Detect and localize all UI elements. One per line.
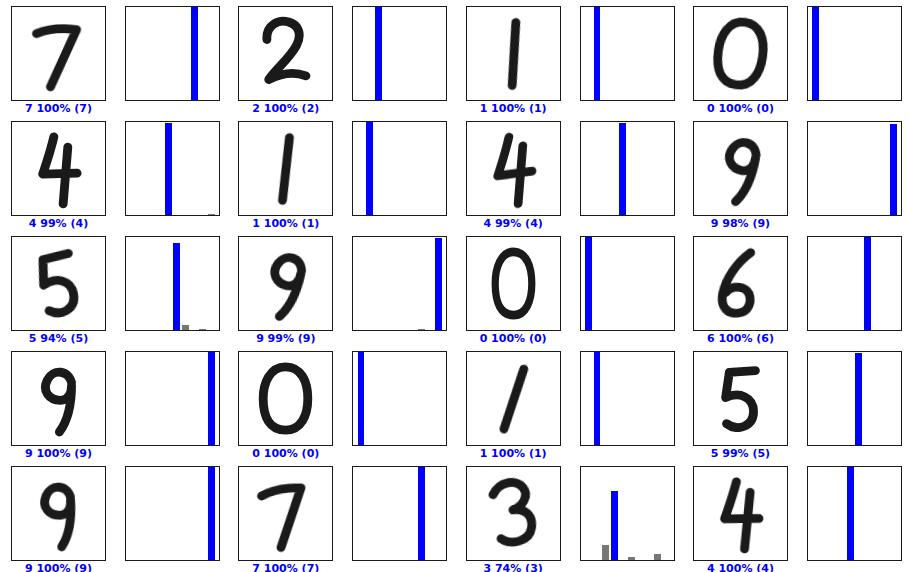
probability-chart-panel: [352, 236, 447, 331]
digit-stroke: [36, 28, 77, 87]
probability-chart-panel: [125, 6, 220, 101]
probability-bar-class-5: [628, 557, 635, 560]
probability-chart-panel: [125, 466, 220, 561]
handwritten-digit-7: [235, 463, 336, 564]
digit-image-panel: [466, 351, 561, 446]
digit-stroke: [726, 371, 756, 428]
probability-bar-class-7: [418, 467, 425, 560]
digit-stroke: [44, 486, 74, 547]
digit-stroke: [495, 252, 532, 315]
digit-image-panel: [693, 236, 788, 331]
handwritten-digit-5: [694, 352, 787, 445]
probability-chart-panel: [580, 6, 675, 101]
prediction-caption: 0 100% (0): [453, 333, 573, 345]
digit-stroke: [264, 367, 309, 430]
handwritten-digit-9: [687, 115, 795, 223]
probability-bar-class-1: [594, 7, 601, 100]
probability-bar-class-2: [375, 7, 382, 100]
handwritten-digit-0: [475, 237, 551, 330]
prediction-caption: 5 99% (5): [680, 448, 800, 460]
handwritten-digit-2: [239, 7, 332, 100]
digit-image-panel: [466, 121, 561, 216]
digit-image-panel: [11, 236, 106, 331]
probability-chart-panel: [580, 236, 675, 331]
digit-image-panel: [11, 121, 106, 216]
digit-image-panel: [238, 351, 333, 446]
probability-bar-class-1: [366, 122, 373, 215]
probability-bar-class-5: [173, 243, 180, 330]
digit-image-panel: [466, 6, 561, 101]
prediction-caption: 9 99% (9): [226, 333, 346, 345]
probability-chart-panel: [580, 466, 675, 561]
digit-stroke: [43, 137, 77, 204]
probability-chart-panel: [125, 236, 220, 331]
probability-bar-class-6: [864, 237, 871, 330]
probability-chart-panel: [807, 351, 902, 446]
digit-stroke: [267, 21, 306, 79]
probability-bar-class-1: [594, 352, 601, 445]
handwritten-digit-9: [12, 352, 105, 445]
probability-chart-panel: [125, 351, 220, 446]
prediction-caption: 0 100% (0): [226, 448, 346, 460]
probability-chart-panel: [807, 121, 902, 216]
prediction-caption: 6 100% (6): [680, 333, 800, 345]
digit-image-panel: [466, 466, 561, 561]
probability-bar-class-4: [165, 123, 172, 215]
digit-stroke: [280, 138, 293, 201]
prediction-caption: 9 100% (9): [0, 563, 119, 572]
digit-image-panel: [693, 6, 788, 101]
digit-stroke: [491, 480, 533, 544]
probability-bar-class-8: [654, 554, 661, 560]
prediction-caption: 9 100% (9): [0, 448, 119, 460]
prediction-caption: 3 74% (3): [453, 563, 573, 572]
probability-bar-class-9: [890, 124, 897, 215]
prediction-caption: 5 94% (5): [0, 333, 119, 345]
prediction-caption: 4 99% (4): [453, 218, 573, 230]
probability-bar-class-7: [191, 7, 198, 100]
probability-bar-class-2: [602, 545, 609, 560]
handwritten-digit-0: [239, 352, 332, 445]
probability-chart-panel: [807, 6, 902, 101]
digit-stroke: [497, 135, 531, 206]
digit-image-panel: [238, 121, 333, 216]
handwritten-digit-9: [231, 228, 341, 338]
handwritten-digit-5: [5, 230, 113, 338]
probability-bar-class-3: [611, 491, 618, 560]
probability-chart-panel: [807, 466, 902, 561]
digit-stroke: [724, 482, 760, 550]
probability-bar-class-0: [812, 7, 819, 100]
handwritten-digit-4: [693, 466, 788, 561]
digit-image-panel: [693, 466, 788, 561]
probability-bar-class-8: [199, 329, 206, 330]
probability-bar-class-7: [418, 329, 425, 330]
probability-bar-class-0: [585, 237, 592, 330]
handwritten-digit-9: [9, 464, 108, 563]
handwritten-digit-1: [460, 345, 566, 451]
handwritten-digit-6: [690, 233, 791, 334]
digit-image-panel: [11, 466, 106, 561]
prediction-caption: 4 99% (4): [0, 218, 119, 230]
handwritten-digit-7: [11, 6, 106, 101]
digit-stroke: [714, 19, 767, 88]
digit-stroke: [261, 487, 306, 549]
digit-stroke: [504, 367, 524, 430]
probability-chart-panel: [807, 236, 902, 331]
digit-image-panel: [11, 351, 106, 446]
prediction-caption: 4 100% (4): [680, 563, 800, 572]
prediction-caption: 9 98% (9): [680, 218, 800, 230]
probability-bar-class-9: [435, 238, 442, 330]
handwritten-digit-4: [467, 117, 559, 220]
probability-chart-panel: [580, 351, 675, 446]
probability-bar-class-9: [208, 214, 215, 215]
digit-image-panel: [466, 236, 561, 331]
prediction-caption: 7 100% (7): [226, 563, 346, 572]
prediction-caption: 0 100% (0): [680, 103, 800, 115]
prediction-caption: 7 100% (7): [0, 103, 119, 115]
probability-chart-panel: [580, 121, 675, 216]
handwritten-digit-1: [237, 120, 335, 218]
digit-image-panel: [693, 351, 788, 446]
handwritten-digit-4: [12, 122, 105, 215]
probability-bar-class-9: [208, 352, 215, 445]
digit-image-panel: [238, 236, 333, 331]
digit-image-panel: [238, 6, 333, 101]
probability-chart-panel: [352, 121, 447, 216]
probability-bar-class-9: [208, 467, 215, 560]
prediction-caption: 1 100% (1): [453, 448, 573, 460]
mnist-prediction-grid: 7 100% (7)2 100% (2)1 100% (1)0 100% (0)…: [0, 0, 910, 572]
digit-stroke: [266, 255, 304, 319]
probability-bar-class-5: [855, 353, 862, 445]
digit-stroke: [39, 253, 78, 314]
probability-bar-class-4: [847, 467, 854, 560]
digit-image-panel: [693, 121, 788, 216]
probability-chart-panel: [352, 466, 447, 561]
probability-chart-panel: [352, 6, 447, 101]
digit-image-panel: [11, 6, 106, 101]
digit-stroke: [721, 251, 754, 315]
digit-stroke: [505, 22, 522, 85]
probability-chart-panel: [352, 351, 447, 446]
digit-stroke: [722, 140, 758, 203]
probability-bar-class-6: [182, 325, 189, 330]
probability-bar-class-4: [619, 123, 626, 215]
digit-image-panel: [238, 466, 333, 561]
prediction-caption: 1 100% (1): [226, 218, 346, 230]
handwritten-digit-3: [461, 461, 566, 566]
handwritten-digit-0: [688, 1, 793, 106]
prediction-caption: 1 100% (1): [453, 103, 573, 115]
probability-chart-panel: [125, 121, 220, 216]
digit-stroke: [45, 372, 71, 432]
handwritten-digit-1: [462, 2, 564, 104]
probability-bar-class-0: [358, 352, 365, 445]
prediction-caption: 2 100% (2): [226, 103, 346, 115]
